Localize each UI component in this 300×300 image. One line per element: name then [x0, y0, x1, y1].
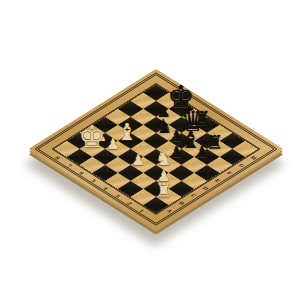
board-frame: ♚♜♟♛♜♞♟♝♟♟♝♞♟♟♟♟♚♜ [29, 69, 284, 229]
product-photo-scene: ♚♜♟♛♜♞♟♝♟♟♝♞♟♟♟♟♚♜ 12345678 ABCDEFGH [0, 0, 300, 300]
inner-pinstripe: ♚♜♟♛♜♞♟♝♟♟♝♞♟♟♟♟♚♜ [51, 83, 260, 215]
label-band: ♚♜♟♛♜♞♟♝♟♟♝♞♟♟♟♟♚♜ [37, 74, 275, 224]
outer-pinstripe: ♚♜♟♛♜♞♟♝♟♟♝♞♟♟♟♟♚♜ [34, 72, 277, 225]
chess-board: ♚♜♟♛♜♞♟♝♟♟♝♞♟♟♟♟♚♜ 12345678 ABCDEFGH [29, 69, 284, 229]
board-grid: ♚♜♟♛♜♞♟♝♟♟♝♞♟♟♟♟♚♜ [54, 85, 258, 213]
